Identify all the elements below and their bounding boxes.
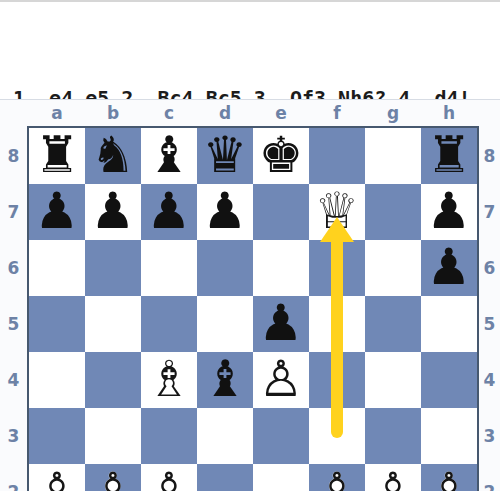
rank-label-8: 8 (479, 128, 500, 184)
black-bishop[interactable]: ♝ (197, 352, 253, 408)
white-bishop[interactable]: ♝♗ (141, 352, 197, 408)
black-pawn[interactable]: ♟ (141, 184, 197, 240)
piece-glyph: ♟ (421, 184, 477, 240)
square-d4[interactable]: ♝ (197, 352, 253, 408)
square-a6[interactable] (29, 240, 85, 296)
piece-outline: ♙ (29, 464, 85, 491)
piece-glyph: ♟ (29, 184, 85, 240)
square-e5[interactable]: ♟ (253, 296, 309, 352)
piece-outline: ♙ (85, 464, 141, 491)
square-d5[interactable] (197, 296, 253, 352)
square-a2[interactable]: ♟♙ (29, 464, 85, 491)
rank-coordinates-right: 87654321 (479, 128, 500, 491)
piece-glyph: ♛ (197, 128, 253, 184)
piece-outline: ♙ (421, 464, 477, 491)
square-c4[interactable]: ♝♗ (141, 352, 197, 408)
rank-label-6: 6 (0, 240, 27, 296)
black-rook[interactable]: ♜ (421, 128, 477, 184)
piece-glyph: ♞ (85, 128, 141, 184)
chess-board: ♜♞♝♛♚♜♟♟♟♟♛♕♟♟♟♝♗♝♟♙♟♙♟♙♟♙♟♙♟♙♟♙♜♖♞♘♚♔♞♘… (27, 126, 479, 491)
square-f3[interactable] (309, 408, 365, 464)
square-d6[interactable] (197, 240, 253, 296)
square-d8[interactable]: ♛ (197, 128, 253, 184)
square-a4[interactable] (29, 352, 85, 408)
square-h5[interactable] (421, 296, 477, 352)
square-c5[interactable] (141, 296, 197, 352)
square-h2[interactable]: ♟♙ (421, 464, 477, 491)
square-e3[interactable] (253, 408, 309, 464)
square-b8[interactable]: ♞ (85, 128, 141, 184)
black-rook[interactable]: ♜ (29, 128, 85, 184)
square-c7[interactable]: ♟ (141, 184, 197, 240)
square-b3[interactable] (85, 408, 141, 464)
black-pawn[interactable]: ♟ (421, 184, 477, 240)
square-b2[interactable]: ♟♙ (85, 464, 141, 491)
square-h7[interactable]: ♟ (421, 184, 477, 240)
chess-widget: { "game": "chess", "position": { "fen": … (0, 0, 500, 491)
square-a3[interactable] (29, 408, 85, 464)
square-e8[interactable]: ♚ (253, 128, 309, 184)
square-d2[interactable] (197, 464, 253, 491)
piece-glyph: ♟ (421, 240, 477, 296)
square-f6[interactable] (309, 240, 365, 296)
rank-label-8: 8 (0, 128, 27, 184)
square-g7[interactable] (365, 184, 421, 240)
square-f5[interactable] (309, 296, 365, 352)
rank-coordinates-left: 87654321 (0, 128, 27, 491)
file-label-c: c (141, 103, 197, 123)
rank-label-4: 4 (0, 352, 27, 408)
piece-glyph: ♟ (253, 296, 309, 352)
square-h4[interactable] (421, 352, 477, 408)
board-grid: ♜♞♝♛♚♜♟♟♟♟♛♕♟♟♟♝♗♝♟♙♟♙♟♙♟♙♟♙♟♙♟♙♜♖♞♘♚♔♞♘… (27, 126, 479, 491)
square-b7[interactable]: ♟ (85, 184, 141, 240)
rank-label-2: 2 (0, 464, 27, 491)
white-pawn[interactable]: ♟♙ (309, 464, 365, 491)
black-pawn[interactable]: ♟ (29, 184, 85, 240)
square-b4[interactable] (85, 352, 141, 408)
file-label-b: b (85, 103, 141, 123)
square-e4[interactable]: ♟♙ (253, 352, 309, 408)
piece-glyph: ♟ (141, 184, 197, 240)
file-label-d: d (197, 103, 253, 123)
white-queen[interactable]: ♛♕ (309, 184, 365, 240)
rank-label-2: 2 (479, 464, 500, 491)
rank-label-5: 5 (0, 296, 27, 352)
square-c2[interactable]: ♟♙ (141, 464, 197, 491)
square-g8[interactable] (365, 128, 421, 184)
piece-outline: ♙ (141, 464, 197, 491)
square-d3[interactable] (197, 408, 253, 464)
file-label-g: g (365, 103, 421, 123)
rank-label-3: 3 (479, 408, 500, 464)
square-a7[interactable]: ♟ (29, 184, 85, 240)
piece-outline: ♕ (309, 184, 365, 240)
piece-outline: ♙ (309, 464, 365, 491)
white-pawn[interactable]: ♟♙ (85, 464, 141, 491)
square-h6[interactable]: ♟ (421, 240, 477, 296)
square-a8[interactable]: ♜ (29, 128, 85, 184)
file-label-h: h (421, 103, 477, 123)
black-pawn[interactable]: ♟ (197, 184, 253, 240)
piece-glyph: ♝ (197, 352, 253, 408)
rank-label-6: 6 (479, 240, 500, 296)
piece-outline: ♙ (253, 352, 309, 408)
white-pawn[interactable]: ♟♙ (253, 352, 309, 408)
rank-label-3: 3 (0, 408, 27, 464)
square-f4[interactable] (309, 352, 365, 408)
square-d7[interactable]: ♟ (197, 184, 253, 240)
black-queen[interactable]: ♛ (197, 128, 253, 184)
square-c6[interactable] (141, 240, 197, 296)
rank-label-4: 4 (479, 352, 500, 408)
piece-glyph: ♚ (253, 128, 309, 184)
black-king[interactable]: ♚ (253, 128, 309, 184)
piece-glyph: ♜ (29, 128, 85, 184)
square-g2[interactable]: ♟♙ (365, 464, 421, 491)
white-pawn[interactable]: ♟♙ (421, 464, 477, 491)
rank-label-7: 7 (479, 184, 500, 240)
black-bishop[interactable]: ♝ (141, 128, 197, 184)
file-label-e: e (253, 103, 309, 123)
rank-label-7: 7 (0, 184, 27, 240)
square-b6[interactable] (85, 240, 141, 296)
square-a5[interactable] (29, 296, 85, 352)
square-e6[interactable] (253, 240, 309, 296)
square-g4[interactable] (365, 352, 421, 408)
square-g5[interactable] (365, 296, 421, 352)
black-pawn[interactable]: ♟ (421, 240, 477, 296)
piece-glyph: ♝ (141, 128, 197, 184)
file-label-f: f (309, 103, 365, 123)
square-f8[interactable] (309, 128, 365, 184)
square-b5[interactable] (85, 296, 141, 352)
square-e2[interactable] (253, 464, 309, 491)
rank-label-5: 5 (479, 296, 500, 352)
piece-outline: ♗ (141, 352, 197, 408)
piece-outline: ♙ (365, 464, 421, 491)
file-coordinates: abcdefgh (29, 100, 477, 126)
board-panel: abcdefgh ♜♞♝♛♚♜♟♟♟♟♛♕♟♟♟♝♗♝♟♙♟♙♟♙♟♙♟♙♟♙♟… (0, 99, 500, 491)
square-e7[interactable] (253, 184, 309, 240)
black-pawn[interactable]: ♟ (253, 296, 309, 352)
square-f7[interactable]: ♛♕ (309, 184, 365, 240)
square-h8[interactable]: ♜ (421, 128, 477, 184)
square-g6[interactable] (365, 240, 421, 296)
black-pawn[interactable]: ♟ (85, 184, 141, 240)
white-pawn[interactable]: ♟♙ (141, 464, 197, 491)
square-c8[interactable]: ♝ (141, 128, 197, 184)
piece-glyph: ♟ (197, 184, 253, 240)
square-c3[interactable] (141, 408, 197, 464)
square-g3[interactable] (365, 408, 421, 464)
square-f2[interactable]: ♟♙ (309, 464, 365, 491)
square-h3[interactable] (421, 408, 477, 464)
piece-glyph: ♟ (85, 184, 141, 240)
piece-glyph: ♜ (421, 128, 477, 184)
white-pawn[interactable]: ♟♙ (29, 464, 85, 491)
file-label-a: a (29, 103, 85, 123)
black-knight[interactable]: ♞ (85, 128, 141, 184)
white-pawn[interactable]: ♟♙ (365, 464, 421, 491)
